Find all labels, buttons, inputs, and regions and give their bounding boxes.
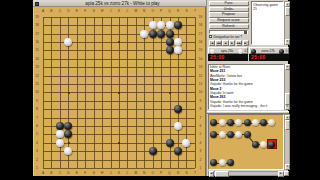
black-stone bbox=[64, 130, 72, 138]
tree-hscrollbar[interactable]: ◀ ▶ bbox=[208, 171, 284, 177]
action-button-pass[interactable]: Pass bbox=[209, 1, 249, 6]
black-stone bbox=[149, 30, 157, 38]
title-bar[interactable]: apia 25k vs zorro 27k - White to play bbox=[33, 0, 206, 7]
black-stone bbox=[166, 46, 174, 54]
tree-node-black[interactable] bbox=[260, 119, 267, 126]
chat-line: Gajudo: I was really messaging - thx it bbox=[210, 104, 282, 108]
coord-label: 17 bbox=[34, 32, 40, 36]
coord-label: C bbox=[57, 9, 63, 13]
window-title: apia 25k vs zorro 27k - White to play bbox=[41, 0, 204, 7]
screen: apia 25k vs zorro 27k - White to play AA… bbox=[0, 0, 320, 180]
coord-label: Q bbox=[167, 171, 173, 175]
coord-label: 18 bbox=[198, 23, 204, 27]
coord-label: L bbox=[124, 171, 130, 175]
scroll-down-icon[interactable]: ▼ bbox=[285, 39, 291, 45]
player-black-clock: 25:00 bbox=[249, 54, 289, 61]
player-card-black: zorro 27k 0 25:00 bbox=[249, 47, 289, 62]
hoshi-point bbox=[169, 92, 171, 94]
coord-label: 19 bbox=[34, 15, 40, 19]
player-white-clock: 25:00 bbox=[208, 54, 248, 61]
scrollbar-corner bbox=[284, 171, 289, 176]
white-captures-icon bbox=[238, 49, 243, 54]
nav-forward-button[interactable]: ▶ bbox=[229, 40, 236, 46]
grid-line bbox=[153, 17, 154, 168]
coord-label: 15 bbox=[34, 48, 40, 52]
tree-node-white[interactable] bbox=[235, 119, 242, 126]
coord-label: N bbox=[141, 171, 147, 175]
command-input[interactable] bbox=[209, 30, 248, 35]
coord-label: 9 bbox=[34, 99, 40, 103]
coord-label: T bbox=[192, 9, 198, 13]
action-button-refresh[interactable]: Refresh bbox=[209, 24, 249, 29]
input-spinner-icon[interactable] bbox=[244, 31, 247, 34]
black-stone bbox=[174, 21, 182, 29]
coord-label: 14 bbox=[34, 57, 40, 61]
grid-line bbox=[43, 109, 195, 110]
coord-label: J bbox=[108, 9, 114, 13]
coord-label: G bbox=[91, 9, 97, 13]
coord-label: C bbox=[57, 171, 63, 175]
coord-label: 19 bbox=[198, 15, 204, 19]
coord-label: 13 bbox=[198, 65, 204, 69]
move-chat-log[interactable]: kibitz at RiverMove 251AbeMatte: I know … bbox=[208, 64, 284, 111]
coord-label: G bbox=[91, 171, 97, 175]
scroll-thumb[interactable] bbox=[285, 7, 291, 16]
coord-label: R bbox=[175, 9, 181, 13]
tree-node-white[interactable] bbox=[219, 131, 226, 138]
coord-label: H bbox=[99, 9, 105, 13]
coord-label: K bbox=[116, 171, 122, 175]
coord-label: 12 bbox=[34, 74, 40, 78]
tree-node-black[interactable] bbox=[227, 131, 234, 138]
coord-label: 1 bbox=[198, 166, 204, 170]
coord-label: J bbox=[108, 171, 114, 175]
scroll-thumb[interactable] bbox=[285, 93, 291, 105]
white-stone bbox=[64, 38, 72, 46]
tree-node-black[interactable] bbox=[227, 119, 234, 126]
nav-last-move-button[interactable]: ▶| bbox=[243, 40, 250, 46]
coord-label: 12 bbox=[198, 74, 204, 78]
coord-label: O bbox=[150, 9, 156, 13]
grid-line bbox=[161, 17, 162, 168]
coord-label: 1 bbox=[34, 166, 40, 170]
player-white-header: apia 25k 0 bbox=[208, 47, 248, 55]
black-stone bbox=[166, 139, 174, 147]
coord-label: A bbox=[40, 9, 46, 13]
grid-line bbox=[43, 160, 195, 161]
player-black-header: zorro 27k 0 bbox=[249, 47, 289, 55]
white-stone bbox=[56, 139, 64, 147]
action-button-undo[interactable]: Undo ▪ bbox=[209, 7, 249, 12]
coord-label: N bbox=[141, 9, 147, 13]
coord-label: 2 bbox=[34, 158, 40, 162]
black-stone bbox=[174, 147, 182, 155]
coord-label: S bbox=[183, 9, 189, 13]
scroll-thumb[interactable] bbox=[285, 120, 291, 130]
listen-option-row: Dengarkan ke set ? bbox=[209, 35, 250, 39]
console-scrollbar[interactable]: ▲ ▼ bbox=[284, 1, 290, 45]
coord-label: L bbox=[124, 9, 130, 13]
console-line: Observing game 25 bbox=[252, 2, 283, 11]
tree-node-white[interactable] bbox=[235, 131, 242, 138]
coord-label: 17 bbox=[198, 32, 204, 36]
white-stone bbox=[64, 147, 72, 155]
tree-node-black[interactable] bbox=[268, 141, 275, 148]
coord-label: 10 bbox=[198, 90, 204, 94]
white-stone bbox=[157, 21, 165, 29]
player-black-captures: 0 bbox=[285, 49, 287, 53]
tree-node-black[interactable] bbox=[227, 159, 234, 166]
grid-line bbox=[144, 17, 145, 168]
coord-label: 13 bbox=[34, 65, 40, 69]
coord-label: Q bbox=[167, 9, 173, 13]
tree-node-black[interactable] bbox=[210, 131, 217, 138]
coord-label: 14 bbox=[198, 57, 204, 61]
white-stone bbox=[174, 122, 182, 130]
coord-label: 5 bbox=[198, 132, 204, 136]
coord-label: H bbox=[99, 171, 105, 175]
coord-label: P bbox=[158, 9, 164, 13]
coord-label: 16 bbox=[34, 40, 40, 44]
coord-label: 3 bbox=[198, 149, 204, 153]
black-stone bbox=[166, 30, 174, 38]
move-navigation: |◀◀◀◀▶▶▶▶| bbox=[209, 40, 250, 47]
go-client-window: apia 25k vs zorro 27k - White to play AA… bbox=[33, 0, 288, 176]
white-stone bbox=[182, 139, 190, 147]
tree-node-black[interactable] bbox=[244, 119, 251, 126]
coord-label: 4 bbox=[198, 141, 204, 145]
tree-node-black[interactable] bbox=[210, 159, 217, 166]
black-stone bbox=[56, 122, 64, 130]
black-stone bbox=[166, 38, 174, 46]
white-stone bbox=[149, 21, 157, 29]
tree-vscrollbar[interactable]: ▲ ▼ bbox=[284, 114, 290, 170]
nav-back-button[interactable]: ◀ bbox=[222, 40, 229, 46]
player-white-captures: 0 bbox=[244, 49, 246, 53]
coord-label: T bbox=[192, 171, 198, 175]
black-stone-icon bbox=[251, 49, 256, 54]
coord-label: 3 bbox=[34, 149, 40, 153]
scroll-up-icon[interactable]: ▲ bbox=[285, 64, 291, 70]
grid-line bbox=[43, 168, 195, 169]
action-button-propose[interactable]: Propose bbox=[209, 12, 249, 17]
nav-first-move-button[interactable]: |◀ bbox=[209, 40, 216, 46]
tree-node-white[interactable] bbox=[219, 119, 226, 126]
chat-scrollbar[interactable]: ▲ ▼ bbox=[284, 64, 290, 111]
scroll-down-icon[interactable]: ▼ bbox=[285, 164, 291, 170]
white-stone bbox=[174, 46, 182, 54]
nav-forward-fast-button[interactable]: ▶▶ bbox=[236, 40, 243, 46]
black-stone bbox=[64, 122, 72, 130]
nav-back-fast-button[interactable]: ◀◀ bbox=[215, 40, 222, 46]
tree-node-white[interactable] bbox=[252, 119, 259, 126]
scroll-down-icon[interactable]: ▼ bbox=[285, 104, 291, 110]
white-stone-icon bbox=[210, 49, 215, 54]
tree-node-black[interactable] bbox=[252, 141, 259, 148]
coord-label: D bbox=[65, 9, 71, 13]
side-panel: PassUndo ▪ProposeRequest scoreRefresh De… bbox=[206, 0, 288, 176]
white-stone bbox=[56, 130, 64, 138]
coord-label: D bbox=[65, 171, 71, 175]
coord-label: 11 bbox=[34, 82, 40, 86]
coord-label: P bbox=[158, 171, 164, 175]
coord-label: F bbox=[82, 9, 88, 13]
coord-label: 2 bbox=[198, 158, 204, 162]
go-board[interactable]: AA1919BB1818CC1717DD1616EE1515FF1414GG13… bbox=[34, 7, 206, 176]
coord-label: 7 bbox=[34, 116, 40, 120]
black-stone bbox=[174, 105, 182, 113]
action-button-request-score[interactable]: Request score bbox=[209, 18, 249, 23]
game-tree[interactable] bbox=[208, 114, 284, 170]
player-card-white: apia 25k 0 25:00 bbox=[208, 47, 248, 62]
coord-label: S bbox=[183, 171, 189, 175]
coord-label: B bbox=[48, 171, 54, 175]
coord-label: 6 bbox=[34, 124, 40, 128]
white-stone bbox=[140, 30, 148, 38]
black-stone bbox=[149, 147, 157, 155]
menu-square-icon: ▪ bbox=[232, 8, 233, 11]
scroll-thumb[interactable] bbox=[215, 171, 229, 177]
white-stone bbox=[166, 21, 174, 29]
coord-label: M bbox=[133, 9, 139, 13]
scroll-left-icon[interactable]: ◀ bbox=[209, 171, 215, 177]
coord-label: R bbox=[175, 171, 181, 175]
server-console: Observing game 25 bbox=[251, 1, 284, 45]
tree-node-black[interactable] bbox=[210, 119, 217, 126]
coord-label: O bbox=[150, 171, 156, 175]
coord-label: 6 bbox=[198, 124, 204, 128]
grid-line bbox=[127, 17, 128, 168]
tree-node-white[interactable] bbox=[219, 159, 226, 166]
coord-label: 10 bbox=[34, 90, 40, 94]
coord-label: E bbox=[74, 171, 80, 175]
coord-label: K bbox=[116, 9, 122, 13]
coord-label: 8 bbox=[198, 107, 204, 111]
listen-checkbox-label: Dengarkan ke set ? bbox=[214, 35, 243, 39]
coord-label: E bbox=[74, 9, 80, 13]
coord-label: 7 bbox=[198, 116, 204, 120]
grid-line bbox=[43, 118, 195, 119]
coord-label: 9 bbox=[198, 99, 204, 103]
grid-line bbox=[195, 17, 196, 168]
coord-label: 16 bbox=[198, 40, 204, 44]
player-white-name: apia 25k bbox=[216, 49, 239, 53]
listen-checkbox[interactable] bbox=[209, 35, 212, 38]
scroll-right-icon[interactable]: ▶ bbox=[278, 171, 284, 177]
app-icon bbox=[35, 2, 39, 6]
grid-line bbox=[43, 101, 195, 102]
hoshi-point bbox=[68, 142, 70, 144]
black-stone bbox=[157, 30, 165, 38]
grid-line bbox=[136, 17, 137, 168]
coord-label: F bbox=[82, 171, 88, 175]
coord-label: 15 bbox=[198, 48, 204, 52]
coord-label: 5 bbox=[34, 132, 40, 136]
coord-label: 11 bbox=[198, 82, 204, 86]
tree-node-white[interactable] bbox=[260, 141, 267, 148]
tree-node-white[interactable] bbox=[268, 119, 275, 126]
white-stone bbox=[174, 38, 182, 46]
hoshi-point bbox=[68, 92, 70, 94]
black-captures-icon bbox=[279, 49, 284, 54]
coord-label: 18 bbox=[34, 23, 40, 27]
player-black-name: zorro 27k bbox=[257, 49, 280, 53]
coord-label: B bbox=[48, 9, 54, 13]
coord-label: A bbox=[40, 171, 46, 175]
coord-label: 8 bbox=[34, 107, 40, 111]
coord-label: 4 bbox=[34, 141, 40, 145]
coord-label: M bbox=[133, 171, 139, 175]
